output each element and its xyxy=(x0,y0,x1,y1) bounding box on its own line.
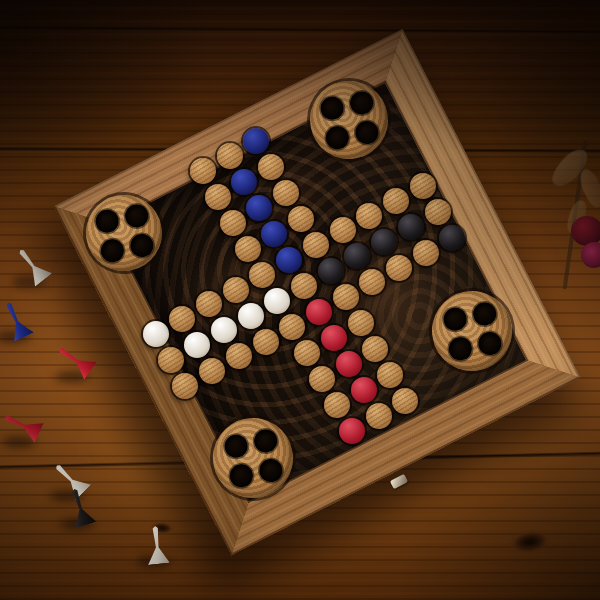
base-hole-empty[interactable] xyxy=(471,300,498,327)
peg-wood[interactable] xyxy=(217,143,243,169)
peg-wood[interactable] xyxy=(324,392,350,418)
base-hole-empty[interactable] xyxy=(447,335,474,362)
peg-wood[interactable] xyxy=(309,366,335,392)
base-hole-empty[interactable] xyxy=(353,119,380,146)
base-hole-empty[interactable] xyxy=(228,462,255,489)
peg-wood[interactable] xyxy=(253,329,279,355)
peg-blue[interactable] xyxy=(276,247,302,273)
peg-red[interactable] xyxy=(336,351,362,377)
peg-black[interactable] xyxy=(398,214,424,240)
base-hole-empty[interactable] xyxy=(252,427,279,454)
peg-wood[interactable] xyxy=(226,343,252,369)
peg-blue[interactable] xyxy=(261,221,287,247)
peg-wood[interactable] xyxy=(294,340,320,366)
base-hole-empty[interactable] xyxy=(324,124,351,151)
peg-black[interactable] xyxy=(318,258,344,284)
peg-red[interactable] xyxy=(351,377,377,403)
pawn-white[interactable] xyxy=(142,525,172,566)
base-hole-empty[interactable] xyxy=(93,208,120,235)
peg-wood[interactable] xyxy=(425,199,451,225)
peg-white[interactable] xyxy=(238,303,264,329)
peg-wood[interactable] xyxy=(333,284,359,310)
peg-wood[interactable] xyxy=(158,347,184,373)
peg-wood[interactable] xyxy=(288,206,314,232)
peg-wood[interactable] xyxy=(205,184,231,210)
peg-white[interactable] xyxy=(264,288,290,314)
peg-red[interactable] xyxy=(339,418,365,444)
peg-wood[interactable] xyxy=(356,203,382,229)
peg-wood[interactable] xyxy=(291,273,317,299)
base-hole-empty[interactable] xyxy=(318,95,345,122)
peg-wood[interactable] xyxy=(220,210,246,236)
base-hole-empty[interactable] xyxy=(222,433,249,460)
peg-black[interactable] xyxy=(371,229,397,255)
peg-wood[interactable] xyxy=(366,403,392,429)
peg-red[interactable] xyxy=(321,325,347,351)
peg-wood[interactable] xyxy=(330,217,356,243)
peg-wood[interactable] xyxy=(386,255,412,281)
base-hole-empty[interactable] xyxy=(348,89,375,116)
peg-white[interactable] xyxy=(143,321,169,347)
peg-wood[interactable] xyxy=(223,277,249,303)
base-hole-empty[interactable] xyxy=(476,330,503,357)
base-hole-empty[interactable] xyxy=(128,232,155,259)
peg-red[interactable] xyxy=(306,299,332,325)
base-hole-empty[interactable] xyxy=(123,202,150,229)
peg-wood[interactable] xyxy=(249,262,275,288)
base-hole-empty[interactable] xyxy=(99,237,126,264)
base-hole-empty[interactable] xyxy=(441,306,468,333)
peg-wood[interactable] xyxy=(279,314,305,340)
peg-wood[interactable] xyxy=(348,310,374,336)
peg-wood[interactable] xyxy=(190,158,216,184)
peg-wood[interactable] xyxy=(383,188,409,214)
peg-wood[interactable] xyxy=(410,173,436,199)
peg-wood[interactable] xyxy=(235,236,261,262)
base-hole-empty[interactable] xyxy=(257,457,284,484)
peg-wood[interactable] xyxy=(303,232,329,258)
pawn-body xyxy=(142,525,172,566)
scene xyxy=(0,0,600,600)
peg-wood[interactable] xyxy=(413,240,439,266)
peg-wood[interactable] xyxy=(273,180,299,206)
